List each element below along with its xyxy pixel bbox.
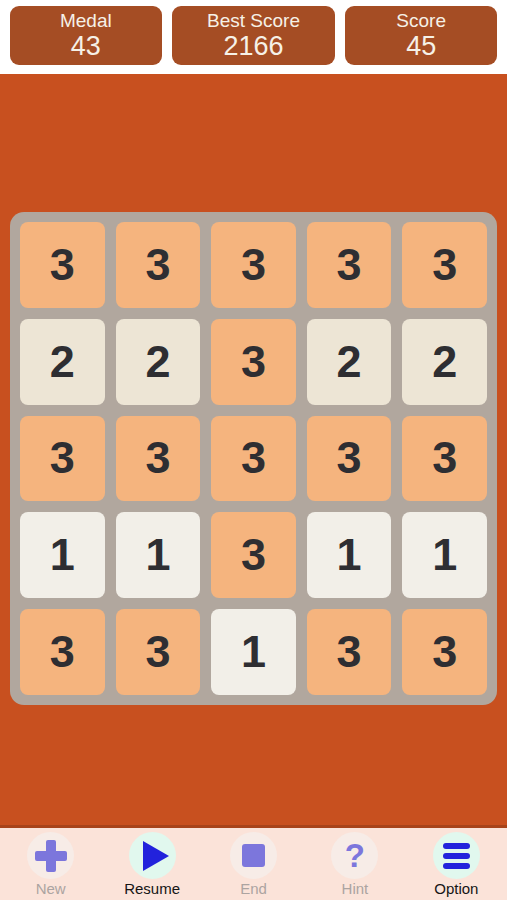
tile-r3c5[interactable]: 3 [402, 416, 487, 502]
toolbar-button-hint[interactable]: ?Hint [304, 828, 405, 900]
play-icon [143, 841, 169, 871]
toolbar-button-label: New [36, 880, 66, 897]
tile-r4c4[interactable]: 1 [307, 512, 392, 598]
game-board[interactable]: 3333322322333331131133133 [10, 212, 497, 705]
question-icon: ? [345, 839, 365, 872]
toolbar-icon-circle [129, 832, 176, 879]
plus-icon [35, 840, 67, 872]
toolbar-icon-circle [433, 832, 480, 879]
stat-best-score: Best Score 2166 [172, 6, 336, 65]
tile-r5c5[interactable]: 3 [402, 609, 487, 695]
toolbar: NewResumeEnd?HintOption [0, 825, 507, 900]
tile-r5c1[interactable]: 3 [20, 609, 105, 695]
tile-r2c5[interactable]: 2 [402, 319, 487, 405]
stat-score-label: Score [345, 10, 497, 31]
tile-r5c4[interactable]: 3 [307, 609, 392, 695]
tile-r4c2[interactable]: 1 [116, 512, 201, 598]
tile-r4c5[interactable]: 1 [402, 512, 487, 598]
toolbar-icon-circle: ? [331, 832, 378, 879]
tile-r5c2[interactable]: 3 [116, 609, 201, 695]
toolbar-button-label: End [240, 880, 267, 897]
stat-medal: Medal 43 [10, 6, 162, 65]
toolbar-button-end[interactable]: End [203, 828, 304, 900]
tile-r4c3[interactable]: 3 [211, 512, 296, 598]
tile-r3c4[interactable]: 3 [307, 416, 392, 502]
tile-r1c5[interactable]: 3 [402, 222, 487, 308]
tile-r2c2[interactable]: 2 [116, 319, 201, 405]
toolbar-button-resume[interactable]: Resume [101, 828, 202, 900]
tile-r3c2[interactable]: 3 [116, 416, 201, 502]
tile-r1c3[interactable]: 3 [211, 222, 296, 308]
tile-r1c2[interactable]: 3 [116, 222, 201, 308]
toolbar-button-label: Resume [124, 880, 180, 897]
tile-r4c1[interactable]: 1 [20, 512, 105, 598]
tile-r2c3[interactable]: 3 [211, 319, 296, 405]
stat-score-value: 45 [345, 31, 497, 61]
tile-r2c4[interactable]: 2 [307, 319, 392, 405]
stat-medal-value: 43 [10, 31, 162, 61]
tile-r3c3[interactable]: 3 [211, 416, 296, 502]
toolbar-icon-circle [230, 832, 277, 879]
tile-r3c1[interactable]: 3 [20, 416, 105, 502]
toolbar-button-label: Hint [342, 880, 369, 897]
toolbar-button-option[interactable]: Option [406, 828, 507, 900]
toolbar-button-label: Option [434, 880, 478, 897]
stat-score: Score 45 [345, 6, 497, 65]
stat-best-score-value: 2166 [172, 31, 336, 61]
tile-r5c3[interactable]: 1 [211, 609, 296, 695]
toolbar-icon-circle [27, 832, 74, 879]
header-stats-bar: Medal 43 Best Score 2166 Score 45 [0, 0, 507, 74]
stat-medal-label: Medal [10, 10, 162, 31]
tile-r1c1[interactable]: 3 [20, 222, 105, 308]
stop-icon [242, 844, 265, 867]
tile-r2c1[interactable]: 2 [20, 319, 105, 405]
tile-r1c4[interactable]: 3 [307, 222, 392, 308]
stat-best-score-label: Best Score [172, 10, 336, 31]
menu-icon [443, 843, 470, 869]
toolbar-button-new[interactable]: New [0, 828, 101, 900]
